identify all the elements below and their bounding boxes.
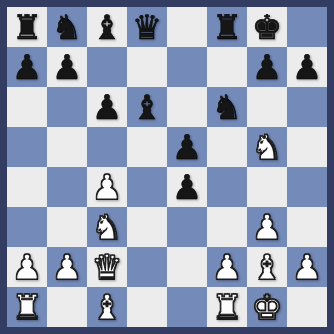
black-pawn-piece[interactable]: ♟ xyxy=(172,167,202,207)
square-h3[interactable] xyxy=(287,207,327,247)
square-g2[interactable]: ♝ xyxy=(247,247,287,287)
white-pawn-piece[interactable]: ♟ xyxy=(92,167,122,207)
square-d5[interactable] xyxy=(127,127,167,167)
square-c2[interactable]: ♛ xyxy=(87,247,127,287)
square-f1[interactable]: ♜ xyxy=(207,287,247,327)
square-e3[interactable] xyxy=(167,207,207,247)
square-b6[interactable] xyxy=(47,87,87,127)
black-pawn-piece[interactable]: ♟ xyxy=(292,47,322,87)
square-c1[interactable]: ♝ xyxy=(87,287,127,327)
square-f3[interactable] xyxy=(207,207,247,247)
black-bishop-piece[interactable]: ♝ xyxy=(132,87,162,127)
square-b2[interactable]: ♟ xyxy=(47,247,87,287)
square-h2[interactable]: ♟ xyxy=(287,247,327,287)
chess-board: ♜♞♝♛♜♚♟♟♟♟♟♝♞♟♞♟♟♞♟♟♟♛♟♝♟♜♝♜♚ xyxy=(7,7,327,327)
square-e5[interactable]: ♟ xyxy=(167,127,207,167)
square-d1[interactable] xyxy=(127,287,167,327)
white-bishop-piece[interactable]: ♝ xyxy=(92,287,122,327)
black-rook-piece[interactable]: ♜ xyxy=(212,7,242,47)
square-f2[interactable]: ♟ xyxy=(207,247,247,287)
square-f7[interactable] xyxy=(207,47,247,87)
square-h6[interactable] xyxy=(287,87,327,127)
square-b7[interactable]: ♟ xyxy=(47,47,87,87)
square-d6[interactable]: ♝ xyxy=(127,87,167,127)
black-rook-piece[interactable]: ♜ xyxy=(12,7,42,47)
square-h5[interactable] xyxy=(287,127,327,167)
square-f6[interactable]: ♞ xyxy=(207,87,247,127)
square-g5[interactable]: ♞ xyxy=(247,127,287,167)
square-e6[interactable] xyxy=(167,87,207,127)
square-a6[interactable] xyxy=(7,87,47,127)
white-knight-piece[interactable]: ♞ xyxy=(252,127,282,167)
square-g7[interactable]: ♟ xyxy=(247,47,287,87)
square-c8[interactable]: ♝ xyxy=(87,7,127,47)
black-pawn-piece[interactable]: ♟ xyxy=(252,47,282,87)
white-pawn-piece[interactable]: ♟ xyxy=(292,247,322,287)
square-a5[interactable] xyxy=(7,127,47,167)
square-a2[interactable]: ♟ xyxy=(7,247,47,287)
white-pawn-piece[interactable]: ♟ xyxy=(252,207,282,247)
square-h8[interactable] xyxy=(287,7,327,47)
square-f4[interactable] xyxy=(207,167,247,207)
square-d4[interactable] xyxy=(127,167,167,207)
square-b1[interactable] xyxy=(47,287,87,327)
square-c7[interactable] xyxy=(87,47,127,87)
square-d8[interactable]: ♛ xyxy=(127,7,167,47)
square-d3[interactable] xyxy=(127,207,167,247)
square-e2[interactable] xyxy=(167,247,207,287)
square-c3[interactable]: ♞ xyxy=(87,207,127,247)
white-rook-piece[interactable]: ♜ xyxy=(212,287,242,327)
black-knight-piece[interactable]: ♞ xyxy=(212,87,242,127)
square-b3[interactable] xyxy=(47,207,87,247)
square-d7[interactable] xyxy=(127,47,167,87)
square-e8[interactable] xyxy=(167,7,207,47)
black-pawn-piece[interactable]: ♟ xyxy=(172,127,202,167)
white-pawn-piece[interactable]: ♟ xyxy=(212,247,242,287)
black-pawn-piece[interactable]: ♟ xyxy=(52,47,82,87)
black-pawn-piece[interactable]: ♟ xyxy=(12,47,42,87)
square-h4[interactable] xyxy=(287,167,327,207)
square-b8[interactable]: ♞ xyxy=(47,7,87,47)
square-h7[interactable]: ♟ xyxy=(287,47,327,87)
square-c4[interactable]: ♟ xyxy=(87,167,127,207)
square-f5[interactable] xyxy=(207,127,247,167)
square-c5[interactable] xyxy=(87,127,127,167)
square-a3[interactable] xyxy=(7,207,47,247)
black-pawn-piece[interactable]: ♟ xyxy=(92,87,122,127)
square-g3[interactable]: ♟ xyxy=(247,207,287,247)
white-knight-piece[interactable]: ♞ xyxy=(92,207,122,247)
square-g1[interactable]: ♚ xyxy=(247,287,287,327)
white-bishop-piece[interactable]: ♝ xyxy=(252,247,282,287)
square-b4[interactable] xyxy=(47,167,87,207)
white-pawn-piece[interactable]: ♟ xyxy=(52,247,82,287)
black-bishop-piece[interactable]: ♝ xyxy=(92,7,122,47)
white-pawn-piece[interactable]: ♟ xyxy=(12,247,42,287)
square-b5[interactable] xyxy=(47,127,87,167)
black-knight-piece[interactable]: ♞ xyxy=(52,7,82,47)
square-a4[interactable] xyxy=(7,167,47,207)
square-g8[interactable]: ♚ xyxy=(247,7,287,47)
square-a7[interactable]: ♟ xyxy=(7,47,47,87)
square-h1[interactable] xyxy=(287,287,327,327)
white-rook-piece[interactable]: ♜ xyxy=(12,287,42,327)
square-e7[interactable] xyxy=(167,47,207,87)
square-g4[interactable] xyxy=(247,167,287,207)
square-a1[interactable]: ♜ xyxy=(7,287,47,327)
square-e1[interactable] xyxy=(167,287,207,327)
black-queen-piece[interactable]: ♛ xyxy=(132,7,162,47)
white-king-piece[interactable]: ♚ xyxy=(252,287,282,327)
square-e4[interactable]: ♟ xyxy=(167,167,207,207)
square-a8[interactable]: ♜ xyxy=(7,7,47,47)
square-d2[interactable] xyxy=(127,247,167,287)
chess-board-frame: ♜♞♝♛♜♚♟♟♟♟♟♝♞♟♞♟♟♞♟♟♟♛♟♝♟♜♝♜♚ xyxy=(0,0,334,334)
white-queen-piece[interactable]: ♛ xyxy=(92,247,122,287)
square-f8[interactable]: ♜ xyxy=(207,7,247,47)
square-c6[interactable]: ♟ xyxy=(87,87,127,127)
square-g6[interactable] xyxy=(247,87,287,127)
black-king-piece[interactable]: ♚ xyxy=(252,7,282,47)
